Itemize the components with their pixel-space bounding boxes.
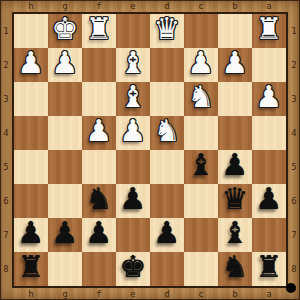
square-a6[interactable]: ♟ [252, 184, 286, 218]
square-a2[interactable] [252, 48, 286, 82]
coord-label-c-file-top: c [184, 0, 218, 12]
coord-label-5-rank-right: 5 [288, 150, 300, 184]
square-d8[interactable] [150, 252, 184, 286]
piece-black-queen[interactable]: ♛ [222, 182, 249, 216]
square-h3[interactable] [14, 82, 48, 116]
square-c8[interactable] [184, 252, 218, 286]
piece-black-bishop[interactable]: ♝ [188, 148, 215, 182]
coord-label-e-file-bottom: e [116, 288, 150, 300]
square-d2[interactable] [150, 48, 184, 82]
square-d6[interactable] [150, 184, 184, 218]
piece-white-pawn[interactable]: ♟ [86, 114, 113, 148]
square-d5[interactable] [150, 150, 184, 184]
square-c7[interactable] [184, 218, 218, 252]
coord-label-8-rank-left: 8 [0, 252, 12, 286]
coord-label-1-rank-left: 1 [0, 14, 12, 48]
piece-white-pawn[interactable]: ♟ [120, 114, 147, 148]
piece-white-rook[interactable]: ♜ [256, 12, 283, 46]
piece-black-pawn[interactable]: ♟ [120, 182, 147, 216]
black-to-move-indicator-icon [286, 283, 296, 293]
coord-label-4-rank-left: 4 [0, 116, 12, 150]
square-d1[interactable]: ♛ [150, 14, 184, 48]
square-e3[interactable]: ♝ [116, 82, 150, 116]
square-h1[interactable] [14, 14, 48, 48]
square-f1[interactable]: ♜ [82, 14, 116, 48]
square-f3[interactable] [82, 82, 116, 116]
piece-black-rook[interactable]: ♜ [18, 250, 45, 284]
piece-white-king[interactable]: ♚ [52, 12, 79, 46]
piece-black-pawn[interactable]: ♟ [52, 216, 79, 250]
square-e8[interactable]: ♚ [116, 252, 150, 286]
coord-label-h-file-top: h [14, 0, 48, 12]
coord-label-h-file-bottom: h [14, 288, 48, 300]
square-h6[interactable] [14, 184, 48, 218]
square-b4[interactable] [218, 116, 252, 150]
square-f2[interactable] [82, 48, 116, 82]
square-b6[interactable]: ♛ [218, 184, 252, 218]
square-e1[interactable] [116, 14, 150, 48]
square-b2[interactable]: ♟ [218, 48, 252, 82]
square-a8[interactable]: ♜ [252, 252, 286, 286]
chess-board: ♚♜♛♜♟♟♝♟♟♝♞♟♟♟♞♝♟♞♟♛♟♟♟♟♟♝♜♚♞♜ [12, 12, 288, 288]
chess-board-widget: hhggffeeddccbbaa1122334455667788 ♚♜♛♜♟♟♝… [0, 0, 300, 300]
piece-white-knight[interactable]: ♞ [154, 114, 181, 148]
square-h8[interactable]: ♜ [14, 252, 48, 286]
square-b8[interactable]: ♞ [218, 252, 252, 286]
square-c1[interactable] [184, 14, 218, 48]
square-h4[interactable] [14, 116, 48, 150]
coord-label-2-rank-right: 2 [288, 48, 300, 82]
coord-label-1-rank-right: 1 [288, 14, 300, 48]
coord-label-b-file-top: b [218, 0, 252, 12]
piece-white-rook[interactable]: ♜ [86, 12, 113, 46]
coord-label-6-rank-right: 6 [288, 184, 300, 218]
square-b7[interactable]: ♝ [218, 218, 252, 252]
piece-black-rook[interactable]: ♜ [256, 250, 283, 284]
square-d3[interactable] [150, 82, 184, 116]
square-d4[interactable]: ♞ [150, 116, 184, 150]
piece-black-king[interactable]: ♚ [120, 250, 147, 284]
coord-label-5-rank-left: 5 [0, 150, 12, 184]
square-a7[interactable] [252, 218, 286, 252]
square-h7[interactable]: ♟ [14, 218, 48, 252]
square-g8[interactable] [48, 252, 82, 286]
piece-white-bishop[interactable]: ♝ [120, 80, 147, 114]
square-e7[interactable] [116, 218, 150, 252]
square-a1[interactable]: ♜ [252, 14, 286, 48]
coord-label-d-file-bottom: d [150, 288, 184, 300]
square-h5[interactable] [14, 150, 48, 184]
coord-label-4-rank-right: 4 [288, 116, 300, 150]
coord-label-6-rank-left: 6 [0, 184, 12, 218]
square-e4[interactable]: ♟ [116, 116, 150, 150]
coord-label-e-file-top: e [116, 0, 150, 12]
square-h2[interactable]: ♟ [14, 48, 48, 82]
coord-label-a-file-bottom: a [252, 288, 286, 300]
piece-white-knight[interactable]: ♞ [188, 80, 215, 114]
coord-label-g-file-bottom: g [48, 288, 82, 300]
piece-white-queen[interactable]: ♛ [154, 12, 181, 46]
square-c5[interactable]: ♝ [184, 150, 218, 184]
piece-black-knight[interactable]: ♞ [222, 250, 249, 284]
piece-white-bishop[interactable]: ♝ [120, 46, 147, 80]
square-a5[interactable] [252, 150, 286, 184]
square-f6[interactable]: ♞ [82, 184, 116, 218]
piece-black-pawn[interactable]: ♟ [154, 216, 181, 250]
square-g2[interactable]: ♟ [48, 48, 82, 82]
coord-label-b-file-bottom: b [218, 288, 252, 300]
square-f8[interactable] [82, 252, 116, 286]
piece-white-pawn[interactable]: ♟ [188, 46, 215, 80]
square-e5[interactable] [116, 150, 150, 184]
piece-black-pawn[interactable]: ♟ [256, 182, 283, 216]
square-b5[interactable]: ♟ [218, 150, 252, 184]
coord-label-2-rank-left: 2 [0, 48, 12, 82]
square-g1[interactable]: ♚ [48, 14, 82, 48]
piece-black-bishop[interactable]: ♝ [222, 216, 249, 250]
coord-label-c-file-bottom: c [184, 288, 218, 300]
square-g6[interactable] [48, 184, 82, 218]
coord-label-3-rank-right: 3 [288, 82, 300, 116]
coord-label-8-rank-right: 8 [288, 252, 300, 286]
square-g5[interactable] [48, 150, 82, 184]
coord-label-f-file-bottom: f [82, 288, 116, 300]
square-e6[interactable]: ♟ [116, 184, 150, 218]
piece-white-pawn[interactable]: ♟ [256, 80, 283, 114]
square-f7[interactable]: ♟ [82, 218, 116, 252]
square-f4[interactable]: ♟ [82, 116, 116, 150]
piece-black-pawn[interactable]: ♟ [222, 148, 249, 182]
square-c6[interactable] [184, 184, 218, 218]
square-a3[interactable]: ♟ [252, 82, 286, 116]
piece-white-pawn[interactable]: ♟ [52, 46, 79, 80]
piece-black-pawn[interactable]: ♟ [18, 216, 45, 250]
piece-black-pawn[interactable]: ♟ [86, 216, 113, 250]
square-g7[interactable]: ♟ [48, 218, 82, 252]
coord-label-7-rank-left: 7 [0, 218, 12, 252]
piece-white-pawn[interactable]: ♟ [18, 46, 45, 80]
square-b1[interactable] [218, 14, 252, 48]
square-a4[interactable] [252, 116, 286, 150]
square-c2[interactable]: ♟ [184, 48, 218, 82]
piece-black-knight[interactable]: ♞ [86, 182, 113, 216]
piece-white-pawn[interactable]: ♟ [222, 46, 249, 80]
coord-label-3-rank-left: 3 [0, 82, 12, 116]
square-c4[interactable] [184, 116, 218, 150]
square-e2[interactable]: ♝ [116, 48, 150, 82]
square-g4[interactable] [48, 116, 82, 150]
square-f5[interactable] [82, 150, 116, 184]
coord-label-7-rank-right: 7 [288, 218, 300, 252]
square-d7[interactable]: ♟ [150, 218, 184, 252]
square-c3[interactable]: ♞ [184, 82, 218, 116]
square-g3[interactable] [48, 82, 82, 116]
square-b3[interactable] [218, 82, 252, 116]
